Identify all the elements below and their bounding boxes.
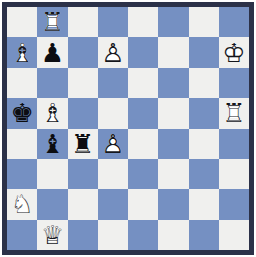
white-rook[interactable]: ♜♖	[37, 7, 67, 37]
piece-glyph: ♙	[101, 131, 124, 157]
square-a6[interactable]	[7, 68, 37, 98]
square-c6[interactable]	[68, 68, 98, 98]
white-bishop[interactable]: ♝♗	[37, 98, 67, 128]
piece-glyph: ♗	[10, 40, 33, 66]
square-c8[interactable]	[68, 7, 98, 37]
square-h8[interactable]	[219, 7, 249, 37]
square-b5[interactable]: ♝♗	[37, 98, 67, 128]
piece-glyph: ♘	[10, 191, 33, 217]
square-b1[interactable]: ♛♕	[37, 220, 67, 250]
square-h3[interactable]	[219, 159, 249, 189]
piece-glyph: ♗	[41, 100, 64, 126]
piece-glyph: ♚	[10, 100, 33, 126]
white-pawn[interactable]: ♟♙	[98, 129, 128, 159]
square-g5[interactable]	[189, 98, 219, 128]
square-b3[interactable]	[37, 159, 67, 189]
square-d1[interactable]	[98, 220, 128, 250]
square-b2[interactable]	[37, 189, 67, 219]
black-bishop[interactable]: ♝	[37, 129, 67, 159]
square-d4[interactable]: ♟♙	[98, 129, 128, 159]
square-g4[interactable]	[189, 129, 219, 159]
square-d3[interactable]	[98, 159, 128, 189]
piece-glyph: ♝	[41, 131, 64, 157]
black-king[interactable]: ♚	[7, 98, 37, 128]
square-a1[interactable]	[7, 220, 37, 250]
board-border: ♜♖♝♗♟♟♙♚♔♚♝♗♜♖♝♜♟♙♞♘♛♕	[2, 2, 254, 255]
square-f5[interactable]	[158, 98, 188, 128]
white-rook[interactable]: ♜♖	[219, 98, 249, 128]
square-b8[interactable]: ♜♖	[37, 7, 67, 37]
square-c5[interactable]	[68, 98, 98, 128]
square-c2[interactable]	[68, 189, 98, 219]
square-e7[interactable]	[128, 37, 158, 67]
white-king[interactable]: ♚♔	[219, 37, 249, 67]
square-d7[interactable]: ♟♙	[98, 37, 128, 67]
square-e8[interactable]	[128, 7, 158, 37]
square-d6[interactable]	[98, 68, 128, 98]
square-f3[interactable]	[158, 159, 188, 189]
square-b6[interactable]	[37, 68, 67, 98]
square-h6[interactable]	[219, 68, 249, 98]
white-knight[interactable]: ♞♘	[7, 189, 37, 219]
square-f2[interactable]	[158, 189, 188, 219]
square-f1[interactable]	[158, 220, 188, 250]
square-d8[interactable]	[98, 7, 128, 37]
square-d2[interactable]	[98, 189, 128, 219]
square-a7[interactable]: ♝♗	[7, 37, 37, 67]
square-a8[interactable]	[7, 7, 37, 37]
piece-glyph: ♖	[41, 9, 64, 35]
square-g8[interactable]	[189, 7, 219, 37]
square-g7[interactable]	[189, 37, 219, 67]
piece-glyph: ♜	[71, 131, 94, 157]
square-h4[interactable]	[219, 129, 249, 159]
square-g6[interactable]	[189, 68, 219, 98]
white-bishop[interactable]: ♝♗	[7, 37, 37, 67]
square-e2[interactable]	[128, 189, 158, 219]
square-g1[interactable]	[189, 220, 219, 250]
black-rook[interactable]: ♜	[68, 129, 98, 159]
square-e6[interactable]	[128, 68, 158, 98]
square-a2[interactable]: ♞♘	[7, 189, 37, 219]
square-c1[interactable]	[68, 220, 98, 250]
square-a5[interactable]: ♚	[7, 98, 37, 128]
piece-glyph: ♟	[41, 40, 64, 66]
square-d5[interactable]	[98, 98, 128, 128]
square-f7[interactable]	[158, 37, 188, 67]
white-pawn[interactable]: ♟♙	[98, 37, 128, 67]
square-h7[interactable]: ♚♔	[219, 37, 249, 67]
square-h1[interactable]	[219, 220, 249, 250]
square-f4[interactable]	[158, 129, 188, 159]
square-c4[interactable]: ♜	[68, 129, 98, 159]
square-b7[interactable]: ♟	[37, 37, 67, 67]
piece-glyph: ♔	[222, 40, 245, 66]
square-g2[interactable]	[189, 189, 219, 219]
piece-glyph: ♙	[101, 40, 124, 66]
square-e4[interactable]	[128, 129, 158, 159]
square-e5[interactable]	[128, 98, 158, 128]
square-a4[interactable]	[7, 129, 37, 159]
square-f6[interactable]	[158, 68, 188, 98]
square-e3[interactable]	[128, 159, 158, 189]
diagram-frame: ♜♖♝♗♟♟♙♚♔♚♝♗♜♖♝♜♟♙♞♘♛♕	[0, 0, 256, 257]
piece-glyph: ♖	[222, 100, 245, 126]
square-g3[interactable]	[189, 159, 219, 189]
square-e1[interactable]	[128, 220, 158, 250]
square-c3[interactable]	[68, 159, 98, 189]
square-h5[interactable]: ♜♖	[219, 98, 249, 128]
piece-glyph: ♕	[41, 222, 64, 248]
black-pawn[interactable]: ♟	[37, 37, 67, 67]
square-h2[interactable]	[219, 189, 249, 219]
square-a3[interactable]	[7, 159, 37, 189]
square-c7[interactable]	[68, 37, 98, 67]
chess-board[interactable]: ♜♖♝♗♟♟♙♚♔♚♝♗♜♖♝♜♟♙♞♘♛♕	[7, 7, 249, 250]
square-f8[interactable]	[158, 7, 188, 37]
white-queen[interactable]: ♛♕	[37, 220, 67, 250]
square-b4[interactable]: ♝	[37, 129, 67, 159]
